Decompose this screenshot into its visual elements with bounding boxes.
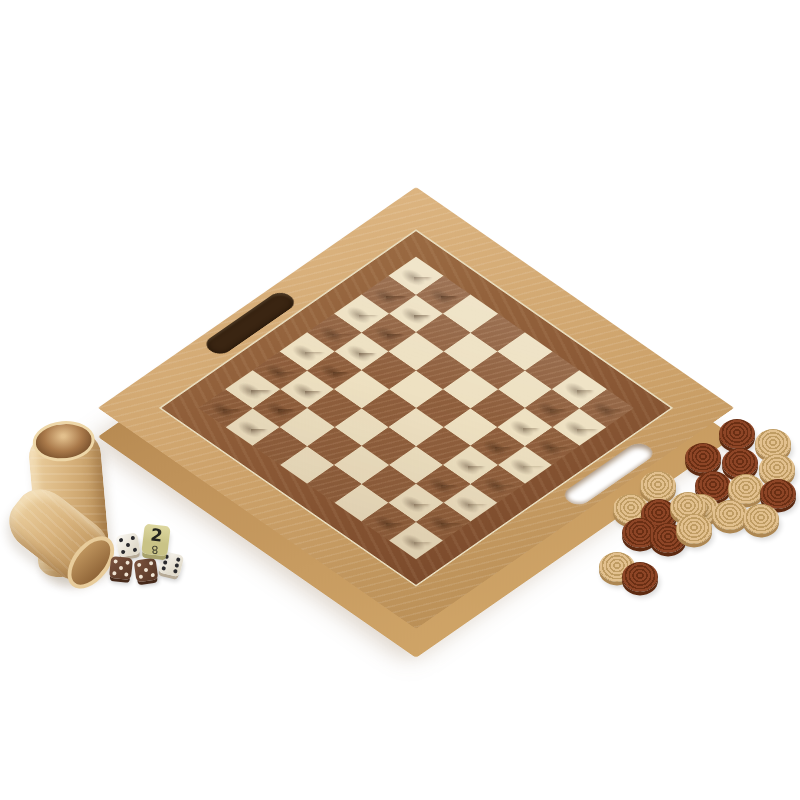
die-pip	[144, 568, 149, 573]
die-pip	[112, 571, 116, 575]
checker-natural[interactable]	[743, 504, 779, 534]
die-brown-5[interactable]	[109, 556, 133, 580]
die-pip	[119, 566, 123, 570]
doubling-cube[interactable]: 28	[141, 524, 170, 557]
checker-brown[interactable]	[722, 448, 758, 478]
die-pip	[163, 560, 168, 565]
die-pip	[126, 543, 131, 548]
die-pip	[131, 536, 136, 541]
die-pip	[173, 569, 178, 574]
product-photo: ♜♟♟♜♞♟♟♞♝♟♟♝♚♟♟♚♛♟♟♛♝♟♟♝♞♟♟♞♜♟♟♜ 28	[0, 0, 800, 800]
checker-brown[interactable]	[622, 562, 658, 592]
die-brown-5[interactable]	[134, 558, 159, 583]
die-pip	[151, 573, 156, 578]
die-pip	[113, 559, 117, 563]
checker-brown[interactable]	[719, 419, 755, 449]
checker-brown[interactable]	[685, 443, 721, 473]
die-pip	[139, 575, 144, 580]
doubling-cube-front-value: 8	[142, 544, 168, 554]
checker-natural[interactable]	[640, 471, 676, 501]
checker-natural[interactable]	[676, 514, 712, 544]
die-pip	[119, 538, 124, 543]
die-pip	[149, 561, 154, 566]
die-pip	[137, 563, 142, 568]
accessories-layer: 28	[0, 0, 800, 800]
die-white-5[interactable]	[115, 532, 140, 557]
die-pip	[174, 563, 179, 568]
die-pip	[125, 560, 129, 564]
die-pip	[176, 557, 181, 562]
die-pip	[161, 566, 166, 571]
die-pip	[121, 550, 126, 555]
die-pip	[133, 548, 138, 553]
die-pip	[124, 572, 128, 576]
